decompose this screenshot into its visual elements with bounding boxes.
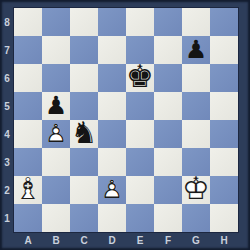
black-pawn-piece[interactable]: ♟ — [42, 92, 70, 120]
square-g2[interactable]: ♚♔ — [182, 176, 210, 204]
square-a6[interactable] — [14, 64, 42, 92]
square-b4[interactable]: ♟♙ — [42, 120, 70, 148]
square-c6[interactable] — [70, 64, 98, 92]
square-e5[interactable] — [126, 92, 154, 120]
white-king-piece[interactable]: ♚♔ — [182, 176, 210, 204]
square-a1[interactable] — [14, 204, 42, 232]
rank-label-8: 8 — [0, 8, 14, 36]
rank-label-3: 3 — [0, 148, 14, 176]
file-label-c: C — [70, 233, 98, 248]
square-d2[interactable]: ♟♙ — [98, 176, 126, 204]
file-label-b: B — [42, 233, 70, 248]
black-knight-piece[interactable]: ♞ — [70, 120, 98, 148]
square-h7[interactable] — [210, 36, 238, 64]
square-c7[interactable] — [70, 36, 98, 64]
file-label-d: D — [98, 233, 126, 248]
white-pawn-piece[interactable]: ♟♙ — [98, 176, 126, 204]
square-d7[interactable] — [98, 36, 126, 64]
square-f7[interactable] — [154, 36, 182, 64]
square-e2[interactable] — [126, 176, 154, 204]
square-h8[interactable] — [210, 8, 238, 36]
square-f4[interactable] — [154, 120, 182, 148]
square-f5[interactable] — [154, 92, 182, 120]
square-f2[interactable] — [154, 176, 182, 204]
square-f3[interactable] — [154, 148, 182, 176]
square-d6[interactable] — [98, 64, 126, 92]
square-b7[interactable] — [42, 36, 70, 64]
square-a7[interactable] — [14, 36, 42, 64]
rank-labels: 87654321 — [0, 8, 14, 232]
white-pawn-piece[interactable]: ♟♙ — [42, 120, 70, 148]
square-h4[interactable] — [210, 120, 238, 148]
square-b5[interactable]: ♟ — [42, 92, 70, 120]
square-b8[interactable] — [42, 8, 70, 36]
square-c1[interactable] — [70, 204, 98, 232]
file-labels: ABCDEFGH — [14, 233, 238, 248]
square-f8[interactable] — [154, 8, 182, 36]
square-h1[interactable] — [210, 204, 238, 232]
rank-label-6: 6 — [0, 64, 14, 92]
rank-label-4: 4 — [0, 120, 14, 148]
square-g4[interactable] — [182, 120, 210, 148]
square-a5[interactable] — [14, 92, 42, 120]
square-e3[interactable] — [126, 148, 154, 176]
chess-board[interactable]: ♟♚♟♟♙♞♝♗♟♙♚♔ — [14, 8, 238, 232]
rank-label-7: 7 — [0, 36, 14, 64]
square-e1[interactable] — [126, 204, 154, 232]
square-g6[interactable] — [182, 64, 210, 92]
square-g8[interactable] — [182, 8, 210, 36]
square-f6[interactable] — [154, 64, 182, 92]
square-a4[interactable] — [14, 120, 42, 148]
square-d1[interactable] — [98, 204, 126, 232]
square-e8[interactable] — [126, 8, 154, 36]
square-c3[interactable] — [70, 148, 98, 176]
square-h6[interactable] — [210, 64, 238, 92]
square-b6[interactable] — [42, 64, 70, 92]
square-h2[interactable] — [210, 176, 238, 204]
square-b1[interactable] — [42, 204, 70, 232]
square-d8[interactable] — [98, 8, 126, 36]
square-g1[interactable] — [182, 204, 210, 232]
rank-label-2: 2 — [0, 176, 14, 204]
file-label-g: G — [182, 233, 210, 248]
square-d3[interactable] — [98, 148, 126, 176]
square-c2[interactable] — [70, 176, 98, 204]
square-e4[interactable] — [126, 120, 154, 148]
file-label-a: A — [14, 233, 42, 248]
square-a2[interactable]: ♝♗ — [14, 176, 42, 204]
square-b2[interactable] — [42, 176, 70, 204]
file-label-e: E — [126, 233, 154, 248]
square-d4[interactable] — [98, 120, 126, 148]
square-d5[interactable] — [98, 92, 126, 120]
square-h5[interactable] — [210, 92, 238, 120]
rank-label-1: 1 — [0, 204, 14, 232]
square-g7[interactable]: ♟ — [182, 36, 210, 64]
square-c8[interactable] — [70, 8, 98, 36]
square-h3[interactable] — [210, 148, 238, 176]
chess-diagram: 87654321 ♟♚♟♟♙♞♝♗♟♙♚♔ ABCDEFGH — [0, 0, 250, 250]
square-a8[interactable] — [14, 8, 42, 36]
white-bishop-piece[interactable]: ♝♗ — [14, 176, 42, 204]
square-e6[interactable]: ♚ — [126, 64, 154, 92]
file-label-h: H — [210, 233, 238, 248]
square-c4[interactable]: ♞ — [70, 120, 98, 148]
square-f1[interactable] — [154, 204, 182, 232]
black-king-piece[interactable]: ♚ — [126, 64, 154, 92]
square-g5[interactable] — [182, 92, 210, 120]
square-b3[interactable] — [42, 148, 70, 176]
black-pawn-piece[interactable]: ♟ — [182, 36, 210, 64]
rank-label-5: 5 — [0, 92, 14, 120]
file-label-f: F — [154, 233, 182, 248]
